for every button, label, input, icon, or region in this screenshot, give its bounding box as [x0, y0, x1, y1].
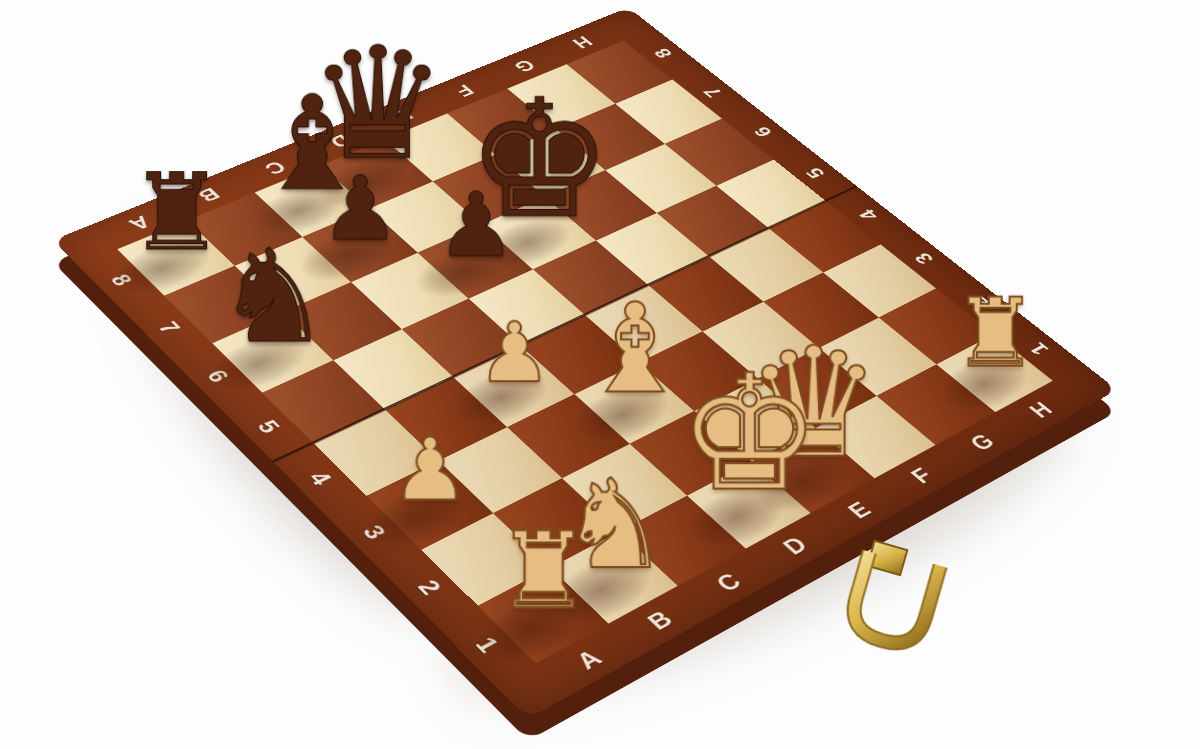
- white-bishop-glyph: ♝: [579, 288, 690, 412]
- white-king-glyph: ♚: [678, 354, 821, 514]
- product-photo-stage: ABCDEFGH ABCDEFGH 87654321 87654321 ♜♝♛♟…: [0, 0, 1200, 749]
- square-a6: ♞: [212, 312, 333, 392]
- white-pawn-glyph: ♟: [477, 312, 551, 394]
- square-h1: ♜: [936, 334, 1053, 412]
- white-pawn-glyph: ♟: [391, 427, 468, 513]
- black-rook-glyph: ♜: [129, 160, 224, 266]
- square-g4: [709, 228, 823, 301]
- white-rook-glyph: ♜: [952, 286, 1037, 381]
- chessboard: ABCDEFGH ABCDEFGH 87654321 87654321 ♜♝♛♟…: [53, 7, 1117, 718]
- white-rook-glyph: ♜: [496, 518, 591, 624]
- black-knight-glyph: ♞: [215, 232, 331, 361]
- square-c6: [351, 253, 468, 329]
- black-pawn-glyph: ♟: [321, 165, 401, 254]
- black-pawn-glyph: ♟: [436, 181, 516, 270]
